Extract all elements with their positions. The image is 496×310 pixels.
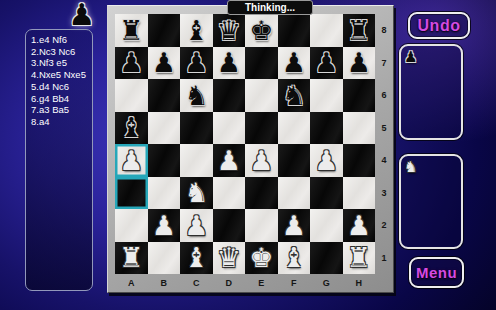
piece-black-pawn: ♟ — [152, 49, 176, 76]
captured-black-pieces-tray: ♟ — [399, 44, 463, 140]
file-label-c: C — [180, 274, 213, 292]
square-h1[interactable]: ♜ — [343, 242, 376, 275]
square-c2[interactable]: ♟ — [180, 209, 213, 242]
square-f1[interactable]: ♝ — [278, 242, 311, 275]
file-label-b: B — [148, 274, 181, 292]
move-entry: 1.e4 Nf6 — [31, 34, 90, 46]
chess-board: ♜♝♛♚♜8♟♟♟♟♟♟♟7♞♞6♝5♟♟♟♟4♞3♟♟♟♟2♜♝♛♚♝♜1AB… — [107, 5, 394, 293]
piece-white-pawn: ♟ — [152, 212, 176, 239]
square-f4[interactable] — [278, 144, 311, 177]
piece-white-king: ♚ — [249, 244, 273, 271]
square-a3[interactable] — [115, 177, 148, 210]
move-entry: 3.Nf3 e5 — [31, 57, 90, 69]
file-label-d: D — [213, 274, 246, 292]
piece-black-pawn: ♟ — [282, 49, 306, 76]
square-d4[interactable]: ♟ — [213, 144, 246, 177]
rank-label-7: 7 — [375, 47, 393, 80]
square-c5[interactable] — [180, 112, 213, 145]
piece-white-rook: ♜ — [347, 244, 371, 271]
file-label-a: A — [115, 274, 148, 292]
square-h6[interactable] — [343, 79, 376, 112]
status-thinking-bubble: Thinking... — [227, 0, 313, 15]
square-b4[interactable] — [148, 144, 181, 177]
move-entry: 8.a4 — [31, 116, 90, 128]
square-g5[interactable] — [310, 112, 343, 145]
square-c4[interactable] — [180, 144, 213, 177]
rank-label-1: 1 — [375, 242, 393, 275]
piece-black-queen: ♛ — [217, 17, 241, 44]
square-a7[interactable]: ♟ — [115, 47, 148, 80]
square-g1[interactable] — [310, 242, 343, 275]
square-h2[interactable]: ♟ — [343, 209, 376, 242]
square-b7[interactable]: ♟ — [148, 47, 181, 80]
square-a1[interactable]: ♜ — [115, 242, 148, 275]
piece-white-pawn: ♟ — [119, 147, 143, 174]
piece-black-bishop: ♝ — [119, 114, 143, 141]
menu-button[interactable]: Menu — [409, 257, 464, 288]
square-f3[interactable] — [278, 177, 311, 210]
square-c6[interactable]: ♞ — [180, 79, 213, 112]
captured-white-pieces-tray: ♞ — [399, 154, 463, 249]
square-h7[interactable]: ♟ — [343, 47, 376, 80]
square-h8[interactable]: ♜ — [343, 14, 376, 47]
file-label-g: G — [310, 274, 343, 292]
square-b6[interactable] — [148, 79, 181, 112]
piece-white-pawn: ♟ — [282, 212, 306, 239]
square-e4[interactable]: ♟ — [245, 144, 278, 177]
captured-white-knight-icon: ♞ — [404, 160, 417, 175]
piece-black-knight: ♞ — [184, 82, 208, 109]
square-a2[interactable] — [115, 209, 148, 242]
captured-black-pawn-icon: ♟ — [404, 50, 417, 65]
square-a4[interactable]: ♟ — [115, 144, 148, 177]
rank-label-4: 4 — [375, 144, 393, 177]
square-f8[interactable] — [278, 14, 311, 47]
move-entry: 5.d4 Nc6 — [31, 81, 90, 93]
square-b3[interactable] — [148, 177, 181, 210]
piece-white-pawn: ♟ — [314, 147, 338, 174]
square-h4[interactable] — [343, 144, 376, 177]
piece-white-pawn: ♟ — [217, 147, 241, 174]
piece-black-pawn: ♟ — [347, 49, 371, 76]
square-d3[interactable] — [213, 177, 246, 210]
undo-button[interactable]: Undo — [408, 12, 470, 39]
square-c3[interactable]: ♞ — [180, 177, 213, 210]
square-e5[interactable] — [245, 112, 278, 145]
square-g6[interactable] — [310, 79, 343, 112]
square-e8[interactable]: ♚ — [245, 14, 278, 47]
piece-black-bishop: ♝ — [184, 17, 208, 44]
square-g3[interactable] — [310, 177, 343, 210]
piece-black-rook: ♜ — [119, 17, 143, 44]
square-g4[interactable]: ♟ — [310, 144, 343, 177]
piece-white-knight: ♞ — [184, 179, 208, 206]
rank-label-5: 5 — [375, 112, 393, 145]
square-f2[interactable]: ♟ — [278, 209, 311, 242]
undo-button-label: Undo — [418, 17, 461, 35]
rank-label-8: 8 — [375, 14, 393, 47]
piece-black-pawn: ♟ — [184, 49, 208, 76]
move-entry: 2.Nc3 Nc6 — [31, 46, 90, 58]
move-list-panel[interactable]: 1.e4 Nf62.Nc3 Nc63.Nf3 e54.Nxe5 Nxe55.d4… — [25, 29, 93, 291]
rank-label-3: 3 — [375, 177, 393, 210]
piece-white-bishop: ♝ — [282, 244, 306, 271]
square-a6[interactable] — [115, 79, 148, 112]
square-b2[interactable]: ♟ — [148, 209, 181, 242]
piece-black-king: ♚ — [249, 17, 273, 44]
move-entry: 6.g4 Bb4 — [31, 93, 90, 105]
square-c7[interactable]: ♟ — [180, 47, 213, 80]
square-e6[interactable] — [245, 79, 278, 112]
square-e7[interactable] — [245, 47, 278, 80]
square-a5[interactable]: ♝ — [115, 112, 148, 145]
square-d1[interactable]: ♛ — [213, 242, 246, 275]
board-grid: ♜♝♛♚♜8♟♟♟♟♟♟♟7♞♞6♝5♟♟♟♟4♞3♟♟♟♟2♜♝♛♚♝♜1AB… — [115, 14, 393, 292]
move-entry: 4.Nxe5 Nxe5 — [31, 69, 90, 81]
square-h3[interactable] — [343, 177, 376, 210]
piece-black-pawn: ♟ — [217, 49, 241, 76]
square-e3[interactable] — [245, 177, 278, 210]
piece-white-rook: ♜ — [119, 244, 143, 271]
square-d7[interactable]: ♟ — [213, 47, 246, 80]
square-g8[interactable] — [310, 14, 343, 47]
piece-black-knight: ♞ — [282, 82, 306, 109]
piece-black-rook: ♜ — [347, 17, 371, 44]
square-a8[interactable]: ♜ — [115, 14, 148, 47]
piece-white-pawn: ♟ — [184, 212, 208, 239]
square-c8[interactable]: ♝ — [180, 14, 213, 47]
square-h5[interactable] — [343, 112, 376, 145]
square-g7[interactable]: ♟ — [310, 47, 343, 80]
square-b8[interactable] — [148, 14, 181, 47]
square-e2[interactable] — [245, 209, 278, 242]
square-d8[interactable]: ♛ — [213, 14, 246, 47]
menu-button-label: Menu — [416, 264, 457, 281]
square-f5[interactable] — [278, 112, 311, 145]
piece-black-pawn: ♟ — [314, 49, 338, 76]
square-g2[interactable] — [310, 209, 343, 242]
file-label-f: F — [278, 274, 311, 292]
piece-white-pawn: ♟ — [249, 147, 273, 174]
move-entry: 7.a3 Ba5 — [31, 104, 90, 116]
file-label-e: E — [245, 274, 278, 292]
square-f6[interactable]: ♞ — [278, 79, 311, 112]
file-label-h: H — [343, 274, 376, 292]
piece-white-queen: ♛ — [217, 244, 241, 271]
piece-white-pawn: ♟ — [347, 212, 371, 239]
rank-label-2: 2 — [375, 209, 393, 242]
board-frame-corner — [375, 274, 393, 292]
square-f7[interactable]: ♟ — [278, 47, 311, 80]
square-d5[interactable] — [213, 112, 246, 145]
square-e1[interactable]: ♚ — [245, 242, 278, 275]
square-b5[interactable] — [148, 112, 181, 145]
square-d6[interactable] — [213, 79, 246, 112]
square-d2[interactable] — [213, 209, 246, 242]
square-c1[interactable]: ♝ — [180, 242, 213, 275]
piece-white-bishop: ♝ — [184, 244, 208, 271]
rank-label-6: 6 — [375, 79, 393, 112]
status-text: Thinking... — [245, 2, 295, 13]
square-b1[interactable] — [148, 242, 181, 275]
piece-black-pawn: ♟ — [119, 49, 143, 76]
